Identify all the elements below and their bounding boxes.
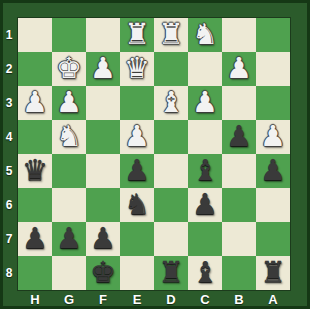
square-c6[interactable]: ♟ — [188, 188, 222, 222]
piece-black-knight[interactable]: ♞ — [124, 187, 150, 221]
file-label-h: H — [18, 290, 52, 309]
square-h8[interactable] — [18, 256, 52, 290]
square-b3[interactable] — [222, 86, 256, 120]
file-label-b: B — [222, 290, 256, 309]
rank-label-4: 4 — [0, 120, 18, 154]
square-c8[interactable]: ♝ — [188, 256, 222, 290]
square-d2[interactable] — [154, 52, 188, 86]
square-d5[interactable] — [154, 154, 188, 188]
piece-white-knight[interactable]: ♞ — [192, 17, 218, 51]
square-h1[interactable] — [18, 18, 52, 52]
square-d6[interactable] — [154, 188, 188, 222]
piece-black-rook[interactable]: ♜ — [260, 255, 286, 289]
square-f6[interactable] — [86, 188, 120, 222]
square-g3[interactable]: ♟ — [52, 86, 86, 120]
square-f2[interactable]: ♟ — [86, 52, 120, 86]
square-c4[interactable] — [188, 120, 222, 154]
piece-black-bishop[interactable]: ♝ — [192, 255, 218, 289]
square-d7[interactable] — [154, 222, 188, 256]
square-f1[interactable] — [86, 18, 120, 52]
rank-label-7: 7 — [0, 222, 18, 256]
square-b1[interactable] — [222, 18, 256, 52]
rank-label-1: 1 — [0, 18, 18, 52]
square-e7[interactable] — [120, 222, 154, 256]
square-c7[interactable] — [188, 222, 222, 256]
square-h4[interactable] — [18, 120, 52, 154]
piece-white-pawn[interactable]: ♟ — [90, 51, 116, 85]
square-h5[interactable]: ♛ — [18, 154, 52, 188]
rank-label-5: 5 — [0, 154, 18, 188]
piece-white-pawn[interactable]: ♟ — [260, 119, 286, 153]
piece-white-bishop[interactable]: ♝ — [158, 85, 184, 119]
chess-board: ♜♜♞♚♟♛♟♟♟♝♟♞♟♟♟♛♟♝♟♞♟♟♟♟♚♜♝♜ — [18, 18, 290, 290]
piece-black-pawn[interactable]: ♟ — [22, 221, 48, 255]
square-a2[interactable] — [256, 52, 290, 86]
piece-black-pawn[interactable]: ♟ — [124, 153, 150, 187]
file-label-c: C — [188, 290, 222, 309]
square-c1[interactable]: ♞ — [188, 18, 222, 52]
piece-black-bishop[interactable]: ♝ — [192, 153, 218, 187]
square-b4[interactable]: ♟ — [222, 120, 256, 154]
file-label-f: F — [86, 290, 120, 309]
piece-black-queen[interactable]: ♛ — [22, 153, 48, 187]
square-c5[interactable]: ♝ — [188, 154, 222, 188]
square-g2[interactable]: ♚ — [52, 52, 86, 86]
square-g1[interactable] — [52, 18, 86, 52]
file-labels: HGFEDCBA — [18, 290, 290, 309]
piece-white-pawn[interactable]: ♟ — [124, 119, 150, 153]
piece-black-pawn[interactable]: ♟ — [226, 119, 252, 153]
piece-white-pawn[interactable]: ♟ — [226, 51, 252, 85]
square-g4[interactable]: ♞ — [52, 120, 86, 154]
rank-labels: 12345678 — [0, 18, 18, 290]
square-g6[interactable] — [52, 188, 86, 222]
square-e4[interactable]: ♟ — [120, 120, 154, 154]
file-label-e: E — [120, 290, 154, 309]
square-f5[interactable] — [86, 154, 120, 188]
piece-black-rook[interactable]: ♜ — [158, 255, 184, 289]
square-a4[interactable]: ♟ — [256, 120, 290, 154]
square-e6[interactable]: ♞ — [120, 188, 154, 222]
piece-white-rook[interactable]: ♜ — [158, 17, 184, 51]
square-d1[interactable]: ♜ — [154, 18, 188, 52]
square-b2[interactable]: ♟ — [222, 52, 256, 86]
piece-black-pawn[interactable]: ♟ — [260, 153, 286, 187]
square-c2[interactable] — [188, 52, 222, 86]
square-b6[interactable] — [222, 188, 256, 222]
square-f8[interactable]: ♚ — [86, 256, 120, 290]
square-a5[interactable]: ♟ — [256, 154, 290, 188]
square-b7[interactable] — [222, 222, 256, 256]
square-h7[interactable]: ♟ — [18, 222, 52, 256]
square-h6[interactable] — [18, 188, 52, 222]
piece-black-pawn[interactable]: ♟ — [90, 221, 116, 255]
square-d4[interactable] — [154, 120, 188, 154]
square-b5[interactable] — [222, 154, 256, 188]
piece-white-pawn[interactable]: ♟ — [22, 85, 48, 119]
piece-black-king[interactable]: ♚ — [90, 255, 116, 289]
square-a3[interactable] — [256, 86, 290, 120]
file-label-g: G — [52, 290, 86, 309]
square-a7[interactable] — [256, 222, 290, 256]
piece-white-king[interactable]: ♚ — [56, 51, 82, 85]
square-e3[interactable] — [120, 86, 154, 120]
rank-label-8: 8 — [0, 256, 18, 290]
square-h3[interactable]: ♟ — [18, 86, 52, 120]
square-g5[interactable] — [52, 154, 86, 188]
file-label-d: D — [154, 290, 188, 309]
square-e5[interactable]: ♟ — [120, 154, 154, 188]
square-f4[interactable] — [86, 120, 120, 154]
square-a1[interactable] — [256, 18, 290, 52]
piece-black-pawn[interactable]: ♟ — [56, 221, 82, 255]
square-f3[interactable] — [86, 86, 120, 120]
square-d3[interactable]: ♝ — [154, 86, 188, 120]
square-g8[interactable] — [52, 256, 86, 290]
chess-board-frame: 12345678 ♜♜♞♚♟♛♟♟♟♝♟♞♟♟♟♛♟♝♟♞♟♟♟♟♚♜♝♜ HG… — [0, 0, 310, 309]
square-e8[interactable] — [120, 256, 154, 290]
piece-white-queen[interactable]: ♛ — [124, 51, 150, 85]
square-f7[interactable]: ♟ — [86, 222, 120, 256]
square-b8[interactable] — [222, 256, 256, 290]
piece-white-knight[interactable]: ♞ — [56, 119, 82, 153]
square-e2[interactable]: ♛ — [120, 52, 154, 86]
piece-black-pawn[interactable]: ♟ — [192, 187, 218, 221]
square-a6[interactable] — [256, 188, 290, 222]
square-c3[interactable]: ♟ — [188, 86, 222, 120]
piece-white-pawn[interactable]: ♟ — [56, 85, 82, 119]
rank-label-3: 3 — [0, 86, 18, 120]
square-h2[interactable] — [18, 52, 52, 86]
square-e1[interactable]: ♜ — [120, 18, 154, 52]
rank-label-6: 6 — [0, 188, 18, 222]
rank-label-2: 2 — [0, 52, 18, 86]
piece-white-pawn[interactable]: ♟ — [192, 85, 218, 119]
piece-white-rook[interactable]: ♜ — [124, 17, 150, 51]
square-d8[interactable]: ♜ — [154, 256, 188, 290]
square-a8[interactable]: ♜ — [256, 256, 290, 290]
square-g7[interactable]: ♟ — [52, 222, 86, 256]
file-label-a: A — [256, 290, 290, 309]
